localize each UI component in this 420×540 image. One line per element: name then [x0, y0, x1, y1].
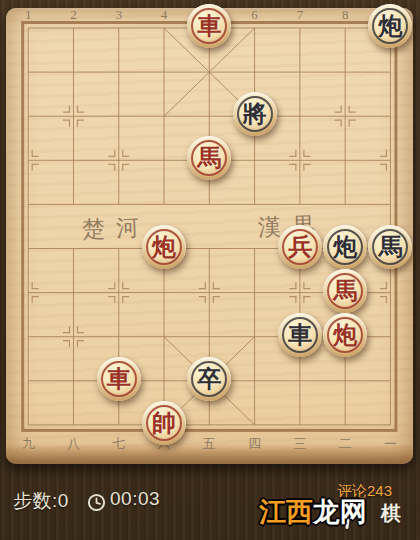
black-general-piece[interactable]: 將 — [233, 92, 277, 136]
occluded-text-fragment: 棋 — [381, 500, 401, 527]
clock-icon — [87, 493, 106, 512]
red-cannon-piece[interactable]: 炮 — [323, 313, 367, 357]
file-label-top-6: 6 — [242, 8, 268, 22]
piece-glyph: 兵 — [288, 235, 312, 259]
red-soldier-piece[interactable]: 兵 — [278, 225, 322, 269]
file-label-bottom-7: 三 — [287, 437, 313, 451]
piece-glyph: 車 — [107, 367, 131, 391]
file-label-top-2: 2 — [60, 8, 86, 22]
app-screen: 123456789 九八七六五四三二一 楚河 漢界 車炮將馬炮兵炮馬馬車炮車卒帥… — [0, 0, 420, 540]
black-chariot-piece[interactable]: 車 — [278, 313, 322, 357]
piece-glyph: 卒 — [197, 367, 221, 391]
piece-glyph: 馬 — [333, 279, 357, 303]
piece-glyph: 車 — [197, 14, 221, 38]
red-chariot-piece[interactable]: 車 — [187, 4, 231, 48]
river-text-left: 楚河 — [81, 212, 150, 245]
watermark-white-part: 龙网 — [313, 497, 367, 527]
move-counter-value: 0 — [58, 490, 69, 511]
file-label-top-3: 3 — [106, 8, 132, 22]
file-label-top-7: 7 — [287, 8, 313, 22]
red-horse-piece[interactable]: 馬 — [323, 269, 367, 313]
file-label-top-1: 1 — [15, 8, 41, 22]
file-label-bottom-8: 二 — [332, 437, 358, 451]
red-cannon-piece[interactable]: 炮 — [142, 225, 186, 269]
status-bar: 步数:0 00:03 评论243 棋 江西龙网 — [0, 464, 420, 540]
file-label-bottom-1: 九 — [15, 437, 41, 451]
timer-value: 00:03 — [110, 488, 160, 510]
piece-glyph: 帥 — [152, 411, 176, 435]
piece-glyph: 將 — [243, 102, 267, 126]
file-label-bottom-6: 四 — [242, 437, 268, 451]
piece-glyph: 炮 — [333, 235, 357, 259]
piece-glyph: 炮 — [152, 235, 176, 259]
piece-glyph: 車 — [288, 323, 312, 347]
file-label-bottom-5: 五 — [196, 437, 222, 451]
piece-glyph: 炮 — [333, 323, 357, 347]
file-label-top-8: 8 — [332, 8, 358, 22]
move-counter: 步数:0 — [13, 488, 69, 514]
file-label-bottom-2: 八 — [60, 437, 86, 451]
piece-glyph: 炮 — [378, 14, 402, 38]
piece-glyph: 馬 — [197, 146, 221, 170]
red-chariot-piece[interactable]: 車 — [97, 357, 141, 401]
file-label-bottom-9: 一 — [377, 437, 403, 451]
black-horse-piece[interactable]: 馬 — [368, 225, 412, 269]
file-label-top-4: 4 — [151, 8, 177, 22]
piece-glyph: 馬 — [378, 235, 402, 259]
file-label-bottom-3: 七 — [106, 437, 132, 451]
red-general-piece[interactable]: 帥 — [142, 401, 186, 445]
watermark-orange-part: 江西 — [259, 497, 313, 527]
move-counter-label: 步数: — [13, 490, 58, 511]
comments-number: 243 — [367, 482, 392, 499]
black-soldier-piece[interactable]: 卒 — [187, 357, 231, 401]
black-cannon-piece[interactable]: 炮 — [323, 225, 367, 269]
watermark: 江西龙网 — [259, 494, 367, 530]
